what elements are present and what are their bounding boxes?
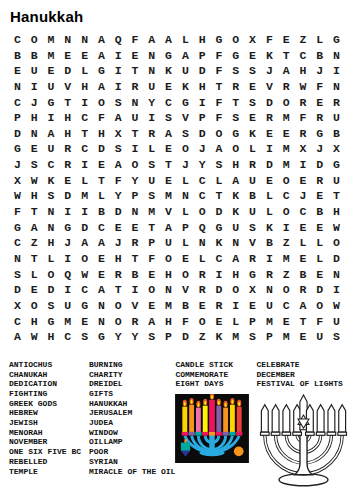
grid-cell-r3c8: T: [127, 63, 144, 79]
grid-cell-r5c17: O: [278, 95, 295, 111]
grid-cell-r2c4: E: [59, 48, 76, 64]
grid-cell-r10c8: Y: [127, 173, 144, 189]
grid-cell-r15c17: M: [278, 251, 295, 267]
grid-cell-r16c1: S: [9, 267, 26, 283]
word-wrap-1: ANTIOCHUSCHANUKAHDEDICATIONFIGHTINGGREEK…: [9, 360, 89, 476]
grid-cell-r9c8: O: [127, 157, 144, 173]
grid-cell-r3c6: G: [93, 63, 110, 79]
grid-cell-r14c7: J: [110, 235, 127, 251]
grid-cell-r1c4: N: [59, 32, 76, 48]
grid-cell-r1c9: A: [143, 32, 160, 48]
grid-cell-r4c15: E: [244, 79, 261, 95]
dreidel-handle: [185, 439, 187, 443]
grid-cell-r20c4: C: [59, 329, 76, 345]
grid-cell-r3c9: N: [143, 63, 160, 79]
grid-cell-r6c6: F: [93, 110, 110, 126]
grid-cell-r5c16: D: [261, 95, 278, 111]
grid-cell-r20c10: P: [160, 329, 177, 345]
grid-cell-r14c9: P: [143, 235, 160, 251]
grid-cell-r20c1: A: [9, 329, 26, 345]
grid-cell-r9c9: S: [143, 157, 160, 173]
grid-cell-r4c8: R: [127, 79, 144, 95]
grid-cell-r18c5: G: [76, 298, 93, 314]
grid-cell-r16c15: G: [244, 267, 261, 283]
grid-cell-r20c3: H: [43, 329, 60, 345]
grid-cell-r18c11: B: [177, 298, 194, 314]
grid-cell-r10c20: U: [328, 173, 345, 189]
grid-cell-r15c5: O: [76, 251, 93, 267]
grid-cell-r8c20: X: [328, 141, 345, 157]
grid-cell-r19c18: T: [295, 314, 312, 330]
grid-cell-r4c10: E: [160, 79, 177, 95]
grid-cell-r7c5: T: [76, 126, 93, 142]
word-item: DECEMBER: [256, 370, 351, 380]
word-item: OILLAMP: [89, 437, 175, 447]
grid-cell-r8c15: L: [244, 141, 261, 157]
grid-cell-r8c8: I: [127, 141, 144, 157]
grid-cell-r11c16: L: [261, 188, 278, 204]
grid-cell-r14c2: Z: [26, 235, 43, 251]
grid-cell-r5c19: E: [311, 95, 328, 111]
grid-cell-r16c17: Z: [278, 267, 295, 283]
grid-cell-r19c8: R: [127, 314, 144, 330]
grid-cell-r17c5: C: [76, 282, 93, 298]
word-item: WINDOW: [89, 428, 175, 438]
flame-core: [184, 402, 186, 406]
grid-cell-r13c16: K: [261, 220, 278, 236]
grid-cell-r7c14: G: [227, 126, 244, 142]
candle-holder: [196, 432, 202, 436]
grid-cell-r19c14: L: [227, 314, 244, 330]
grid-cell-r10c2: W: [26, 173, 43, 189]
grid-cell-r2c13: F: [211, 48, 228, 64]
grid-cell-r14c10: U: [160, 235, 177, 251]
grid-cell-r4c20: N: [328, 79, 345, 95]
clipart-candles: [182, 394, 243, 436]
grid-cell-r2c11: A: [177, 48, 194, 64]
grid-cell-r11c5: M: [76, 188, 93, 204]
grid-cell-r1c14: O: [227, 32, 244, 48]
word-item: CELEBRATE: [256, 360, 351, 370]
grid-cell-r16c10: H: [160, 267, 177, 283]
grid-cell-r18c1: X: [9, 298, 26, 314]
grid-cell-r7c17: E: [278, 126, 295, 142]
flame-core: [191, 400, 193, 404]
grid-cell-r9c14: H: [227, 157, 244, 173]
grid-cell-r8c13: A: [211, 141, 228, 157]
grid-cell-r7c18: R: [295, 126, 312, 142]
grid-cell-r9c11: J: [177, 157, 194, 173]
grid-cell-r8c9: L: [143, 141, 160, 157]
grid-cell-r11c20: T: [328, 188, 345, 204]
grid-cell-r9c13: S: [211, 157, 228, 173]
grid-cell-r11c17: C: [278, 188, 295, 204]
grid-cell-r13c10: A: [160, 220, 177, 236]
word-item: CHARITY: [89, 370, 175, 380]
grid-cell-r20c15: S: [244, 329, 261, 345]
candle: [217, 406, 222, 432]
candle: [230, 405, 235, 432]
gelt-coin-icon: [234, 446, 244, 456]
grid-cell-r12c14: K: [227, 204, 244, 220]
grid-cell-r7c2: N: [26, 126, 43, 142]
grid-cell-r14c11: L: [177, 235, 194, 251]
grid-cell-r3c19: J: [311, 63, 328, 79]
word-column-1: ANTIOCHUSCHANUKAHDEDICATIONFIGHTINGGREEK…: [9, 360, 89, 488]
grid-cell-r3c17: A: [278, 63, 295, 79]
grid-cell-r13c20: W: [328, 220, 345, 236]
grid-cell-r8c18: X: [295, 141, 312, 157]
grid-cell-r12c11: L: [177, 204, 194, 220]
grid-cell-r6c5: C: [76, 110, 93, 126]
grid-cell-r11c10: M: [160, 188, 177, 204]
grid-cell-r16c12: R: [194, 267, 211, 283]
grid-cell-r9c7: A: [110, 157, 127, 173]
grid-cell-r12c17: O: [278, 204, 295, 220]
grid-cell-r6c16: R: [261, 110, 278, 126]
grid-cell-r7c16: E: [261, 126, 278, 142]
grid-cell-r18c13: R: [211, 298, 228, 314]
grid-cell-r4c12: H: [194, 79, 211, 95]
grid-cell-r1c16: F: [261, 32, 278, 48]
grid-cell-r11c3: S: [43, 188, 60, 204]
grid-cell-r11c14: K: [227, 188, 244, 204]
grid-cell-r20c19: U: [311, 329, 328, 345]
grid-cell-r2c15: E: [244, 48, 261, 64]
grid-cell-r15c1: N: [9, 251, 26, 267]
grid-cell-r16c2: L: [26, 267, 43, 283]
grid-cell-r13c4: G: [59, 220, 76, 236]
grid-cell-r9c12: Y: [194, 157, 211, 173]
grid-cell-r19c11: F: [177, 314, 194, 330]
grid-cell-r3c3: E: [43, 63, 60, 79]
grid-cell-r7c13: O: [211, 126, 228, 142]
word-item: CANDLE STICK: [175, 360, 256, 370]
grid-cell-r15c9: F: [143, 251, 160, 267]
grid-cell-r12c6: B: [93, 204, 110, 220]
grid-cell-r17c13: D: [211, 282, 228, 298]
grid-cell-r19c12: O: [194, 314, 211, 330]
grid-cell-r13c1: G: [9, 220, 26, 236]
flame-core: [198, 403, 200, 407]
grid-cell-r3c7: I: [110, 63, 127, 79]
grid-cell-r7c6: H: [93, 126, 110, 142]
word-item: HANUKKAH: [89, 399, 175, 409]
grid-cell-r20c18: E: [295, 329, 312, 345]
grid-cell-r17c6: A: [93, 282, 110, 298]
colorful-menorah-clipart: [175, 394, 249, 463]
grid-cell-r2c12: P: [194, 48, 211, 64]
grid-cell-r15c7: H: [110, 251, 127, 267]
candle: [190, 405, 195, 432]
grid-cell-r18c9: E: [143, 298, 160, 314]
grid-cell-r14c13: K: [211, 235, 228, 251]
grid-cell-r18c4: U: [59, 298, 76, 314]
grid-cell-r15c14: A: [227, 251, 244, 267]
grid-cell-r4c7: I: [110, 79, 127, 95]
word-item: HEBREW: [9, 408, 89, 418]
grid-cell-r3c16: J: [261, 63, 278, 79]
word-item: SYRIAN: [89, 457, 175, 467]
grid-cell-r19c16: M: [261, 314, 278, 330]
grid-cell-r16c18: B: [295, 267, 312, 283]
grid-cell-r6c7: A: [110, 110, 127, 126]
grid-cell-r2c6: A: [93, 48, 110, 64]
grid-cell-r14c3: H: [43, 235, 60, 251]
grid-cell-r11c15: B: [244, 188, 261, 204]
grid-cell-r3c14: S: [227, 63, 244, 79]
grid-cell-r1c13: G: [211, 32, 228, 48]
grid-cell-r13c2: A: [26, 220, 43, 236]
grid-cell-r6c17: M: [278, 110, 295, 126]
grid-cell-r13c5: D: [76, 220, 93, 236]
grid-cell-r8c3: U: [43, 141, 60, 157]
grid-cell-r9c16: D: [261, 157, 278, 173]
grid-cell-r18c15: E: [244, 298, 261, 314]
candle-holder: [189, 432, 195, 436]
grid-cell-r8c1: G: [9, 141, 26, 157]
grid-cell-r4c17: R: [278, 79, 295, 95]
grid-cell-r11c2: H: [26, 188, 43, 204]
grid-cell-r10c13: L: [211, 173, 228, 189]
grid-cell-r11c1: W: [9, 188, 26, 204]
grid-cell-r16c4: Q: [59, 267, 76, 283]
grid-cell-r10c7: F: [110, 173, 127, 189]
candle-holder: [223, 432, 229, 436]
grid-cell-r5c10: C: [160, 95, 177, 111]
grid-cell-r17c9: O: [143, 282, 160, 298]
grid-cell-r10c4: E: [59, 173, 76, 189]
grid-cell-r7c4: H: [59, 126, 76, 142]
grid-cell-r8c11: O: [177, 141, 194, 157]
grid-cell-r1c6: A: [93, 32, 110, 48]
grid-cell-r17c10: N: [160, 282, 177, 298]
grid-cell-r10c17: O: [278, 173, 295, 189]
grid-cell-r2c19: B: [311, 48, 328, 64]
grid-cell-r5c15: S: [244, 95, 261, 111]
grid-cell-r7c3: A: [43, 126, 60, 142]
grid-cell-r20c6: G: [93, 329, 110, 345]
grid-cell-r20c13: K: [211, 329, 228, 345]
grid-cell-r7c1: D: [9, 126, 26, 142]
word-list: ANTIOCHUSCHANUKAHDEDICATIONFIGHTINGGREEK…: [9, 360, 345, 488]
grid-cell-r8c10: E: [160, 141, 177, 157]
grid-cell-r11c7: Y: [110, 188, 127, 204]
grid-cell-r12c4: I: [59, 204, 76, 220]
clipart-stem: [210, 435, 215, 452]
grid-cell-r4c11: K: [177, 79, 194, 95]
grid-cell-r5c8: N: [127, 95, 144, 111]
grid-cell-r8c6: D: [93, 141, 110, 157]
grid-cell-r2c7: I: [110, 48, 127, 64]
grid-cell-r10c11: L: [177, 173, 194, 189]
grid-cell-r11c8: P: [127, 188, 144, 204]
grid-cell-r1c1: C: [9, 32, 26, 48]
word-item: EIGHT DAYS: [175, 379, 256, 389]
grid-cell-r4c9: U: [143, 79, 160, 95]
grid-cell-r19c2: H: [26, 314, 43, 330]
grid-cell-r5c20: R: [328, 95, 345, 111]
grid-cell-r6c15: E: [244, 110, 261, 126]
grid-cell-r1c20: G: [328, 32, 345, 48]
grid-cell-r1c15: X: [244, 32, 261, 48]
grid-cell-r8c14: O: [227, 141, 244, 157]
grid-cell-r12c15: U: [244, 204, 261, 220]
grid-cell-r5c5: I: [76, 95, 93, 111]
word-item: MIRACLE OF THE OIL: [89, 467, 175, 477]
word-item: FESTIVAL OF LIGHTS: [256, 379, 351, 389]
grid-cell-r13c9: T: [143, 220, 160, 236]
grid-cell-r16c5: W: [76, 267, 93, 283]
grid-cell-r2c18: C: [295, 48, 312, 64]
grid-cell-r15c16: I: [261, 251, 278, 267]
grid-cell-r19c3: G: [43, 314, 60, 330]
dreidel-body: [181, 443, 190, 451]
grid-cell-r1c12: H: [194, 32, 211, 48]
grid-cell-r1c2: O: [26, 32, 43, 48]
grid-cell-r18c8: V: [127, 298, 144, 314]
grid-cell-r12c20: H: [328, 204, 345, 220]
grid-cell-r20c5: S: [76, 329, 93, 345]
flame-core: [218, 401, 220, 405]
lineart-candle: [339, 405, 346, 432]
grid-cell-r4c18: W: [295, 79, 312, 95]
grid-cell-r11c12: C: [194, 188, 211, 204]
candle-holder: [203, 432, 209, 436]
flame-core: [225, 403, 227, 407]
grid-cell-r20c8: Y: [127, 329, 144, 345]
grid-cell-r7c20: B: [328, 126, 345, 142]
word-item: JEWISH: [9, 418, 89, 428]
grid-cell-r12c7: D: [110, 204, 127, 220]
grid-cell-r18c2: O: [26, 298, 43, 314]
grid-cell-r4c4: V: [59, 79, 76, 95]
grid-cell-r12c1: F: [9, 204, 26, 220]
grid-cell-r3c5: L: [76, 63, 93, 79]
grid-cell-r12c2: T: [26, 204, 43, 220]
grid-cell-r19c17: E: [278, 314, 295, 330]
grid-cell-r16c9: E: [143, 267, 160, 283]
word-item: REBELLED: [9, 457, 89, 467]
grid-cell-r17c18: R: [295, 282, 312, 298]
candle: [224, 408, 229, 432]
grid-cell-r6c12: P: [194, 110, 211, 126]
grid-cell-r15c3: L: [43, 251, 60, 267]
grid-cell-r10c10: E: [160, 173, 177, 189]
grid-cell-r6c13: F: [211, 110, 228, 126]
grid-cell-r4c6: A: [93, 79, 110, 95]
grid-cell-r19c4: M: [59, 314, 76, 330]
grid-cell-r9c2: S: [26, 157, 43, 173]
word-item: FIGHTING: [9, 389, 89, 399]
grid-cell-r6c1: P: [9, 110, 26, 126]
grid-cell-r19c20: U: [328, 314, 345, 330]
grid-cell-r15c11: E: [177, 251, 194, 267]
word-item: MENORAH: [9, 428, 89, 438]
grid-cell-r4c1: N: [9, 79, 26, 95]
grid-cell-r1c17: E: [278, 32, 295, 48]
grid-cell-r20c2: W: [26, 329, 43, 345]
grid-cell-r12c3: N: [43, 204, 60, 220]
word-item: ANTIOCHUS: [9, 360, 89, 370]
grid-cell-r18c12: E: [194, 298, 211, 314]
lineart-candle: [283, 405, 290, 432]
grid-cell-r19c7: O: [110, 314, 127, 330]
grid-cell-r8c2: E: [26, 141, 43, 157]
grid-cell-r12c8: N: [127, 204, 144, 220]
grid-cell-r16c20: N: [328, 267, 345, 283]
grid-cell-r4c3: U: [43, 79, 60, 95]
grid-cell-r2c3: M: [43, 48, 60, 64]
grid-cell-r9c5: I: [76, 157, 93, 173]
candle-holder: [209, 432, 215, 436]
grid-cell-r7c15: K: [244, 126, 261, 142]
grid-cell-r2c16: K: [261, 48, 278, 64]
grid-cell-r4c16: V: [261, 79, 278, 95]
grid-cell-r3c12: D: [194, 63, 211, 79]
grid-cell-r20c16: P: [261, 329, 278, 345]
grid-cell-r8c7: S: [110, 141, 127, 157]
grid-cell-r1c8: F: [127, 32, 144, 48]
lineart-candle: [328, 405, 335, 432]
grid-cell-r17c2: E: [26, 282, 43, 298]
grid-cell-r16c3: O: [43, 267, 60, 283]
grid-cell-r10c15: U: [244, 173, 261, 189]
grid-cell-r14c16: B: [261, 235, 278, 251]
clipart-base: [200, 449, 225, 456]
grid-cell-r9c19: D: [311, 157, 328, 173]
grid-cell-r18c20: W: [328, 298, 345, 314]
grid-cell-r3c10: K: [160, 63, 177, 79]
grid-cell-r9c15: R: [244, 157, 261, 173]
grid-cell-r6c10: S: [160, 110, 177, 126]
grid-cell-r7c11: S: [177, 126, 194, 142]
grid-cell-r6c9: I: [143, 110, 160, 126]
grid-cell-r17c17: O: [278, 282, 295, 298]
grid-cell-r13c7: E: [110, 220, 127, 236]
grid-cell-r3c4: D: [59, 63, 76, 79]
menorah-line-art: [256, 394, 351, 488]
grid-cell-r13c18: E: [295, 220, 312, 236]
word-item: GIFTS: [89, 389, 175, 399]
grid-cell-r10c5: L: [76, 173, 93, 189]
grid-cell-r17c16: N: [261, 282, 278, 298]
grid-cell-r19c15: P: [244, 314, 261, 330]
word-item: JERUSALEM: [89, 408, 175, 418]
lineart-candle-cup: [306, 432, 315, 435]
grid-cell-r16c16: R: [261, 267, 278, 283]
grid-cell-r14c15: V: [244, 235, 261, 251]
grid-cell-r11c13: T: [211, 188, 228, 204]
grid-cell-r7c9: R: [143, 126, 160, 142]
grid-cell-r12c12: O: [194, 204, 211, 220]
grid-cell-r17c4: I: [59, 282, 76, 298]
grid-cell-r19c9: A: [143, 314, 160, 330]
grid-cell-r1c18: Z: [295, 32, 312, 48]
candle-holder: [237, 432, 243, 436]
grid-cell-r15c19: L: [311, 251, 328, 267]
grid-cell-r7c12: D: [194, 126, 211, 142]
grid-cell-r13c3: N: [43, 220, 60, 236]
grid-cell-r19c5: E: [76, 314, 93, 330]
grid-cell-r13c19: E: [311, 220, 328, 236]
grid-cell-r4c13: T: [211, 79, 228, 95]
grid-cell-r10c9: U: [143, 173, 160, 189]
grid-cell-r8c16: I: [261, 141, 278, 157]
grid-cell-r15c13: C: [211, 251, 228, 267]
grid-cell-r1c3: M: [43, 32, 60, 48]
lineart-candle-cup: [282, 432, 291, 435]
